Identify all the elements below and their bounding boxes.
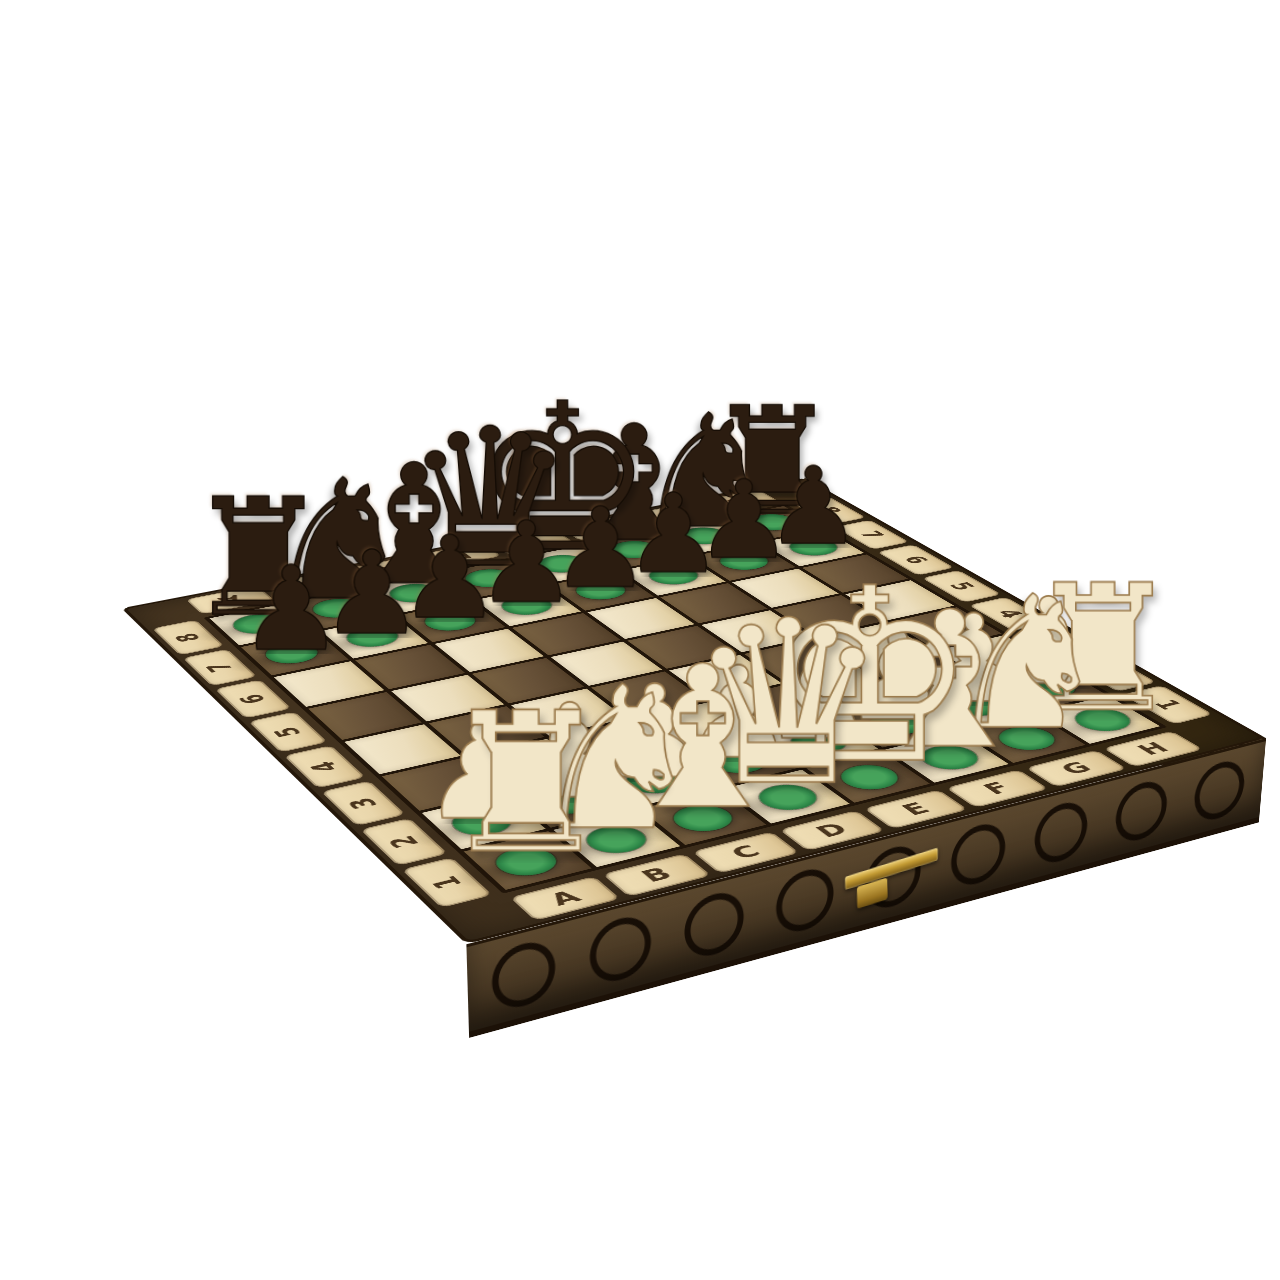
coordinate-label: C [369,564,399,576]
coordinate-label: A [545,888,585,909]
coordinate-label: 6 [234,692,271,706]
coordinate-label: G [655,509,687,521]
coordinate-label: G [1056,760,1097,778]
coordinate-label: B [637,865,677,885]
brass-latch [844,833,957,918]
coordinate-label: H [723,496,755,507]
coordinate-label: D [442,549,474,562]
white-rook-icon: ♜ [440,697,613,871]
coordinate-label: A [214,593,245,606]
coordinate-label: C [726,843,765,862]
coordinate-label: 5 [269,725,307,739]
coordinate-label: H [1133,740,1174,757]
coordinate-label: E [517,536,546,548]
coordinate-label: 8 [170,631,205,643]
product-photo-stage: ABCDEFGH ABCDEFGH 87654321 87654321 ♜♞♝♛… [0,0,1280,1280]
coordinate-label: F [979,780,1016,797]
coordinate-label: 8 [813,505,845,515]
coordinate-label: 4 [305,759,344,774]
coordinate-label: E [897,800,934,818]
coordinate-label: B [293,578,324,591]
coordinate-label: F [588,522,617,533]
latch-plate [845,848,938,890]
piece-white-rook-a1[interactable]: ♜ [400,669,653,862]
chess-board: ABCDEFGH ABCDEFGH 87654321 87654321 ♜♞♝♛… [121,478,1266,945]
coordinate-label: D [811,821,853,840]
